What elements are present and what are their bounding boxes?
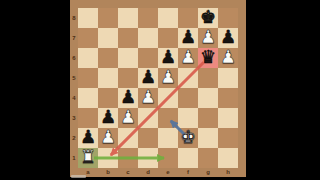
- chess-board-frame: ♚♟♟♟♟♟♛♟♟♟♟♟♟♟♟♟♚♜ 87654321 abcdefgh: [70, 0, 246, 177]
- rank-label-3: 3: [70, 108, 78, 128]
- square-h8[interactable]: [218, 8, 238, 28]
- file-label-e: e: [158, 167, 178, 177]
- square-d2[interactable]: [138, 128, 158, 148]
- square-c8[interactable]: [118, 8, 138, 28]
- square-f4[interactable]: [178, 88, 198, 108]
- file-label-f: f: [178, 167, 198, 177]
- rank-label-4: 4: [70, 88, 78, 108]
- square-c6[interactable]: [118, 48, 138, 68]
- file-label-c: c: [118, 167, 138, 177]
- square-c4[interactable]: ♟: [118, 88, 138, 108]
- piece-white-pawn-b2[interactable]: ♟: [100, 127, 116, 147]
- piece-black-queen-g6[interactable]: ♛: [200, 47, 216, 67]
- square-e6[interactable]: ♟: [158, 48, 178, 68]
- square-b8[interactable]: [98, 8, 118, 28]
- piece-white-pawn-h6[interactable]: ♟: [220, 47, 236, 67]
- square-g2[interactable]: [198, 128, 218, 148]
- rank-label-5: 5: [70, 68, 78, 88]
- square-d5[interactable]: ♟: [138, 68, 158, 88]
- piece-black-pawn-e6[interactable]: ♟: [160, 47, 176, 67]
- square-a2[interactable]: ♟: [78, 128, 98, 148]
- square-b6[interactable]: [98, 48, 118, 68]
- square-c1[interactable]: [118, 148, 138, 168]
- square-b1[interactable]: [98, 148, 118, 168]
- piece-white-pawn-f6[interactable]: ♟: [180, 47, 196, 67]
- piece-black-pawn-f7[interactable]: ♟: [180, 27, 196, 47]
- square-a7[interactable]: [78, 28, 98, 48]
- square-a5[interactable]: [78, 68, 98, 88]
- square-e7[interactable]: [158, 28, 178, 48]
- square-c7[interactable]: [118, 28, 138, 48]
- square-e4[interactable]: [158, 88, 178, 108]
- rank-label-8: 8: [70, 8, 78, 28]
- piece-white-rook-a1[interactable]: ♜: [80, 147, 96, 167]
- square-g8[interactable]: ♚: [198, 8, 218, 28]
- square-h6[interactable]: ♟: [218, 48, 238, 68]
- square-e3[interactable]: [158, 108, 178, 128]
- chess-board[interactable]: ♚♟♟♟♟♟♛♟♟♟♟♟♟♟♟♟♚♜: [78, 8, 238, 168]
- square-g1[interactable]: [198, 148, 218, 168]
- piece-black-king-g8[interactable]: ♚: [200, 7, 216, 27]
- square-b7[interactable]: [98, 28, 118, 48]
- square-b5[interactable]: [98, 68, 118, 88]
- square-f6[interactable]: ♟: [178, 48, 198, 68]
- square-f2[interactable]: ♚: [178, 128, 198, 148]
- square-g5[interactable]: [198, 68, 218, 88]
- piece-black-pawn-b3[interactable]: ♟: [100, 107, 116, 127]
- square-d1[interactable]: [138, 148, 158, 168]
- square-e2[interactable]: [158, 128, 178, 148]
- piece-white-pawn-e5[interactable]: ♟: [160, 67, 176, 87]
- square-g4[interactable]: [198, 88, 218, 108]
- square-b3[interactable]: ♟: [98, 108, 118, 128]
- square-h5[interactable]: [218, 68, 238, 88]
- square-a1[interactable]: ♜: [78, 148, 98, 168]
- square-d6[interactable]: [138, 48, 158, 68]
- video-frame: ♚♟♟♟♟♟♛♟♟♟♟♟♟♟♟♟♚♜ 87654321 abcdefgh: [0, 0, 320, 180]
- file-label-d: d: [138, 167, 158, 177]
- square-b4[interactable]: [98, 88, 118, 108]
- square-d3[interactable]: [138, 108, 158, 128]
- square-h2[interactable]: [218, 128, 238, 148]
- file-label-h: h: [218, 167, 238, 177]
- square-a4[interactable]: [78, 88, 98, 108]
- square-g6[interactable]: ♛: [198, 48, 218, 68]
- rank-label-2: 2: [70, 128, 78, 148]
- square-h1[interactable]: [218, 148, 238, 168]
- square-c3[interactable]: ♟: [118, 108, 138, 128]
- piece-black-pawn-d5[interactable]: ♟: [140, 67, 156, 87]
- square-e5[interactable]: ♟: [158, 68, 178, 88]
- square-b2[interactable]: ♟: [98, 128, 118, 148]
- square-d7[interactable]: [138, 28, 158, 48]
- square-d8[interactable]: [138, 8, 158, 28]
- piece-white-pawn-g7[interactable]: ♟: [200, 27, 216, 47]
- square-f5[interactable]: [178, 68, 198, 88]
- piece-white-pawn-c3[interactable]: ♟: [120, 107, 136, 127]
- square-f8[interactable]: [178, 8, 198, 28]
- piece-black-pawn-c4[interactable]: ♟: [120, 87, 136, 107]
- square-h3[interactable]: [218, 108, 238, 128]
- square-e8[interactable]: [158, 8, 178, 28]
- square-e1[interactable]: [158, 148, 178, 168]
- square-h4[interactable]: [218, 88, 238, 108]
- square-h7[interactable]: ♟: [218, 28, 238, 48]
- rank-label-1: 1: [70, 148, 78, 168]
- rank-label-6: 6: [70, 48, 78, 68]
- file-label-b: b: [98, 167, 118, 177]
- square-f1[interactable]: [178, 148, 198, 168]
- square-d4[interactable]: ♟: [138, 88, 158, 108]
- piece-black-pawn-h7[interactable]: ♟: [220, 27, 236, 47]
- square-g7[interactable]: ♟: [198, 28, 218, 48]
- watermark-smudge: [71, 175, 86, 178]
- square-a6[interactable]: [78, 48, 98, 68]
- square-f3[interactable]: [178, 108, 198, 128]
- square-g3[interactable]: [198, 108, 218, 128]
- square-f7[interactable]: ♟: [178, 28, 198, 48]
- square-c5[interactable]: [118, 68, 138, 88]
- file-label-g: g: [198, 167, 218, 177]
- square-a3[interactable]: [78, 108, 98, 128]
- piece-black-pawn-a2[interactable]: ♟: [80, 127, 96, 147]
- rank-label-7: 7: [70, 28, 78, 48]
- piece-white-pawn-d4[interactable]: ♟: [140, 87, 156, 107]
- square-c2[interactable]: [118, 128, 138, 148]
- square-a8[interactable]: [78, 8, 98, 28]
- piece-white-king-f2[interactable]: ♚: [180, 127, 196, 147]
